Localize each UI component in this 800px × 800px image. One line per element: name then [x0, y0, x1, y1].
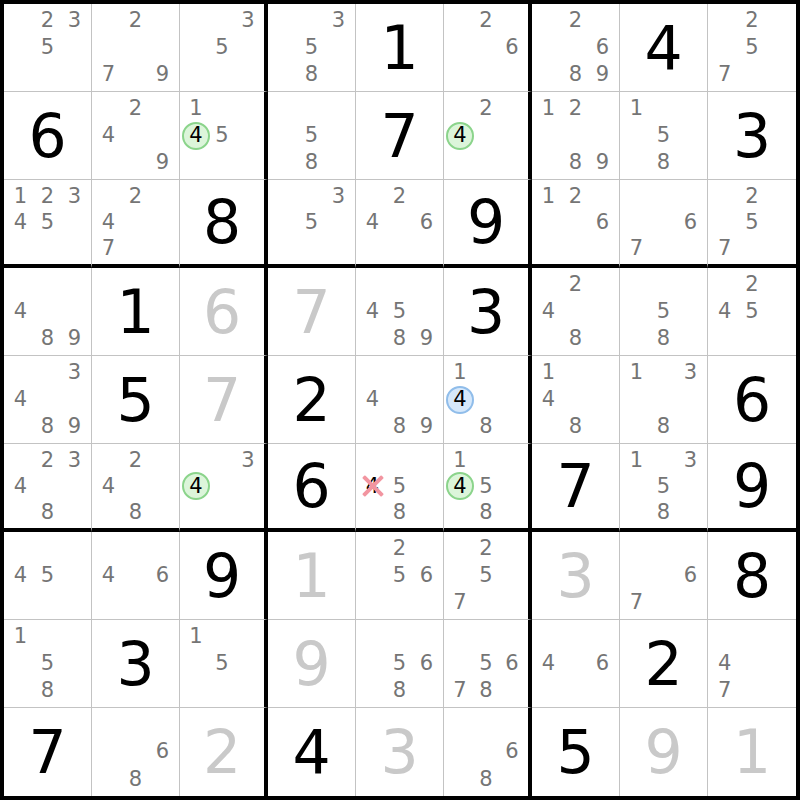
candidate-slot-1: [7, 7, 34, 34]
candidate-slot-4: [271, 209, 298, 235]
candidate-slot-3: [61, 623, 88, 650]
cell-r2c5[interactable]: 7: [356, 92, 444, 180]
candidate-slot-9: [149, 766, 176, 793]
cell-r1c1[interactable]: 235: [4, 4, 92, 92]
candidate-slot-4: [447, 738, 473, 765]
candidate-slot-2: [209, 447, 235, 473]
cell-r1c7[interactable]: 2689: [532, 4, 620, 92]
candidate-digit: 8: [479, 680, 492, 701]
candidate-slot-5: [122, 34, 149, 61]
candidate-slot-6: [766, 298, 793, 325]
candidate-digit: 5: [41, 653, 54, 674]
cell-r7c5[interactable]: 256: [356, 532, 444, 620]
cell-r7c1[interactable]: 45: [4, 532, 92, 620]
candidate-slot-6: 6: [413, 209, 440, 235]
cell-r8c1[interactable]: 158: [4, 620, 92, 708]
candidate-slot-5: 5: [386, 473, 413, 499]
candidate-digit: 4: [453, 476, 466, 497]
candidate-slot-7: [183, 149, 209, 176]
candidate-slot-1: [359, 183, 386, 209]
candidate-slot-6: [766, 34, 793, 61]
candidate-slot-7: [711, 325, 738, 352]
cell-r3c5[interactable]: 246: [356, 180, 444, 268]
candidate-slot-5: 5: [473, 650, 499, 677]
cell-r3c3[interactable]: 8: [180, 180, 268, 268]
candidate-slot-1: 1: [447, 447, 473, 473]
candidate-digit: 4: [542, 389, 555, 410]
candidate-slot-6: [413, 386, 440, 413]
candidate-slot-7: [183, 61, 209, 88]
candidate-slot-1: [271, 95, 298, 122]
cell-r3c9[interactable]: 257: [708, 180, 796, 268]
candidate-slot-6: [149, 473, 176, 499]
cell-r9c5[interactable]: 3: [356, 708, 444, 796]
candidate-slot-5: [562, 650, 589, 677]
candidate-grid: 138: [620, 356, 707, 443]
candidate-digit: 4: [102, 125, 115, 146]
candidate-slot-8: 8: [650, 413, 677, 440]
candidate-slot-1: [95, 535, 122, 562]
cell-r2c7[interactable]: 1289: [532, 92, 620, 180]
candidate-slot-2: [473, 447, 499, 473]
candidate-slot-1: [535, 271, 562, 298]
candidate-slot-5: 5: [738, 34, 765, 61]
given-digit: 5: [532, 708, 619, 796]
candidate-slot-9: 9: [589, 61, 616, 88]
cell-r1c4[interactable]: 358: [268, 4, 356, 92]
candidate-slot-6: [677, 122, 704, 149]
candidate-slot-8: [386, 235, 413, 261]
candidate-slot-8: [122, 61, 149, 88]
candidate-slot-3: [149, 711, 176, 738]
candidate-slot-3: [766, 271, 793, 298]
cell-r9c7[interactable]: 5: [532, 708, 620, 796]
candidate-slot-3: 3: [61, 359, 88, 386]
candidate-digit: 6: [596, 37, 609, 58]
candidate-slot-3: [149, 447, 176, 473]
cell-r7c7[interactable]: 3: [532, 532, 620, 620]
candidate-digit: 6: [505, 653, 518, 674]
candidate-slot-1: [447, 95, 473, 122]
candidate-digit: 8: [41, 416, 54, 437]
cell-r4c5[interactable]: 4589: [356, 268, 444, 356]
candidate-slot-1: 1: [535, 359, 562, 386]
candidate-slot-3: [413, 623, 440, 650]
candidate-grid: 247: [92, 180, 179, 264]
candidate-slot-4: 4: [359, 209, 386, 235]
candidate-slot-5: [122, 562, 149, 589]
candidate-digit: 5: [41, 37, 54, 58]
candidate-digit: 5: [305, 212, 318, 233]
cell-r6c3[interactable]: 34: [180, 444, 268, 532]
cell-r4c7[interactable]: 248: [532, 268, 620, 356]
candidate-digit: 1: [453, 450, 466, 471]
candidate-slot-1: 1: [447, 359, 473, 386]
given-digit: 7: [356, 92, 443, 179]
candidate-slot-3: 3: [325, 7, 352, 34]
cell-r2c3[interactable]: 145: [180, 92, 268, 180]
cell-r5c3[interactable]: 7: [180, 356, 268, 444]
solved-digit: 9: [620, 708, 707, 796]
given-digit: 6: [4, 92, 91, 179]
solved-digit: 7: [268, 268, 355, 355]
cell-r7c2[interactable]: 46: [92, 532, 180, 620]
candidate-slot-3: [677, 535, 704, 562]
candidate-slot-7: [359, 677, 386, 704]
candidate-slot-3: [677, 271, 704, 298]
candidate-slot-6: [325, 122, 352, 149]
cell-r3c6[interactable]: 9: [444, 180, 532, 268]
cell-r2c9[interactable]: 3: [708, 92, 796, 180]
cell-r7c3[interactable]: 9: [180, 532, 268, 620]
cell-r4c1[interactable]: 489: [4, 268, 92, 356]
cell-r5c2[interactable]: 5: [92, 356, 180, 444]
candidate-slot-3: [61, 535, 88, 562]
candidate-slot-2: [209, 7, 235, 34]
cell-r8c5[interactable]: 568: [356, 620, 444, 708]
candidate-slot-9: [677, 149, 704, 176]
candidate-digit: 4: [189, 476, 202, 497]
candidate-digit: 2: [745, 274, 758, 295]
candidate-digit: 9: [420, 416, 433, 437]
candidate-slot-1: 1: [623, 447, 650, 473]
cell-r7c4[interactable]: 1: [268, 532, 356, 620]
cell-r2c2[interactable]: 249: [92, 92, 180, 180]
candidate-slot-6: [499, 473, 525, 499]
candidate-digit: 2: [745, 10, 758, 31]
candidate-slot-8: 8: [473, 766, 499, 793]
candidate-slot-9: [677, 499, 704, 525]
candidate-slot-7: [183, 677, 209, 704]
candidate-slot-7: [535, 677, 562, 704]
candidate-slot-2: 2: [473, 535, 499, 562]
candidate-slot-2: [209, 95, 235, 122]
cell-r8c6[interactable]: 5678: [444, 620, 532, 708]
candidate-slot-5: [34, 473, 61, 499]
candidate-slot-3: [499, 359, 525, 386]
candidate-slot-3: [413, 183, 440, 209]
candidate-slot-2: 2: [122, 183, 149, 209]
candidate-slot-5: 5: [386, 298, 413, 325]
candidate-grid: 256: [356, 532, 443, 619]
candidate-digit: 8: [479, 769, 492, 790]
candidate-grid: 245: [708, 268, 796, 355]
candidate-digit: 8: [569, 328, 582, 349]
candidate-digit: 7: [102, 64, 115, 85]
candidate-slot-9: [235, 61, 261, 88]
given-digit: 9: [444, 180, 528, 264]
candidate-slot-8: [209, 149, 235, 176]
candidate-slot-3: [235, 623, 261, 650]
candidate-digit: 1: [453, 362, 466, 383]
candidate-digit: 5: [479, 653, 492, 674]
candidate-slot-5: [122, 738, 149, 765]
candidate-slot-9: [677, 325, 704, 352]
cell-r6c5[interactable]: 458: [356, 444, 444, 532]
candidate-digit: 9: [596, 152, 609, 173]
candidate-slot-3: [235, 95, 261, 122]
candidate-digit: 4: [366, 301, 379, 322]
cell-r8c9[interactable]: 47: [708, 620, 796, 708]
candidate-slot-6: [677, 386, 704, 413]
cell-r1c2[interactable]: 279: [92, 4, 180, 92]
cell-r1c8[interactable]: 4: [620, 4, 708, 92]
candidate-slot-9: [61, 589, 88, 616]
candidate-slot-7: [359, 499, 386, 525]
candidate-slot-4: [7, 34, 34, 61]
candidate-slot-9: [413, 677, 440, 704]
cell-r2c1[interactable]: 6: [4, 92, 92, 180]
candidate-slot-1: [711, 623, 738, 650]
candidate-digit: 8: [657, 502, 670, 523]
candidate-slot-5: [562, 386, 589, 413]
candidate-slot-2: [386, 271, 413, 298]
candidate-digit: 2: [129, 98, 142, 119]
cell-r1c9[interactable]: 257: [708, 4, 796, 92]
candidate-digit: 2: [129, 186, 142, 207]
candidate-grid: 68: [92, 708, 179, 796]
candidate-slot-4: [271, 34, 298, 61]
candidate-slot-4: 4: [7, 298, 34, 325]
candidate-slot-7: [183, 499, 209, 525]
candidate-slot-9: [61, 61, 88, 88]
candidate-grid: 489: [356, 356, 443, 443]
candidate-slot-6: [149, 122, 176, 149]
candidate-slot-8: 8: [562, 61, 589, 88]
candidate-slot-8: 8: [473, 413, 499, 440]
cell-r6c6[interactable]: 1458: [444, 444, 532, 532]
candidate-digit: 5: [745, 212, 758, 233]
cell-r6c9[interactable]: 9: [708, 444, 796, 532]
cell-r9c2[interactable]: 68: [92, 708, 180, 796]
candidate-digit: 2: [41, 450, 54, 471]
cell-r6c7[interactable]: 7: [532, 444, 620, 532]
cell-r6c8[interactable]: 1358: [620, 444, 708, 532]
cell-r2c4[interactable]: 58: [268, 92, 356, 180]
candidate-slot-7: [7, 499, 34, 525]
candidate-slot-9: [149, 499, 176, 525]
candidate-digit: 7: [630, 592, 643, 613]
candidate-slot-5: 5: [650, 122, 677, 149]
candidate-slot-5: [650, 209, 677, 235]
candidate-digit: 3: [241, 450, 254, 471]
given-digit: 6: [268, 444, 355, 528]
candidate-slot-3: [589, 271, 616, 298]
cell-r6c2[interactable]: 248: [92, 444, 180, 532]
candidate-slot-4: 4: [7, 386, 34, 413]
candidate-slot-4: 4: [711, 650, 738, 677]
candidate-slot-5: [34, 386, 61, 413]
candidate-slot-5: 5: [209, 34, 235, 61]
candidate-slot-5: [122, 209, 149, 235]
given-digit: 4: [620, 4, 707, 91]
cell-r9c4[interactable]: 4: [268, 708, 356, 796]
candidate-slot-2: 2: [122, 447, 149, 473]
candidate-slot-8: [650, 235, 677, 261]
cell-r5c5[interactable]: 489: [356, 356, 444, 444]
candidate-slot-6: [61, 34, 88, 61]
candidate-digit: 1: [14, 186, 27, 207]
candidate-slot-7: [447, 61, 473, 88]
candidate-slot-3: [413, 535, 440, 562]
candidate-digit: 2: [129, 450, 142, 471]
candidate-slot-4: [359, 650, 386, 677]
candidate-slot-2: [386, 623, 413, 650]
candidate-slot-5: 5: [473, 473, 499, 499]
cell-r9c3[interactable]: 2: [180, 708, 268, 796]
cell-r3c1[interactable]: 12345: [4, 180, 92, 268]
cell-r6c4[interactable]: 6: [268, 444, 356, 532]
cell-r5c8[interactable]: 138: [620, 356, 708, 444]
given-digit: 2: [268, 356, 355, 443]
candidate-grid: 2689: [532, 4, 619, 91]
candidate-slot-4: [95, 34, 122, 61]
cell-r4c9[interactable]: 245: [708, 268, 796, 356]
cell-r9c9[interactable]: 1: [708, 708, 796, 796]
candidate-slot-2: [298, 95, 325, 122]
candidate-slot-8: [738, 325, 765, 352]
candidate-digit: 5: [657, 125, 670, 146]
candidate-slot-6: [413, 473, 440, 499]
candidate-slot-3: [149, 95, 176, 122]
candidate-slot-6: 6: [499, 738, 525, 765]
candidate-slot-9: [149, 235, 176, 261]
candidate-slot-8: 8: [562, 413, 589, 440]
cell-r7c8[interactable]: 67: [620, 532, 708, 620]
candidate-slot-3: [413, 447, 440, 473]
cell-r9c1[interactable]: 7: [4, 708, 92, 796]
candidate-slot-9: [677, 413, 704, 440]
candidate-digit: 2: [479, 538, 492, 559]
candidate-slot-5: 5: [298, 34, 325, 61]
candidate-slot-4: 4: [447, 122, 473, 149]
candidate-slot-2: [298, 7, 325, 34]
candidate-slot-9: [61, 235, 88, 261]
candidate-digit: 4: [366, 389, 379, 410]
candidate-grid: 24: [444, 92, 528, 179]
cell-r7c6[interactable]: 257: [444, 532, 532, 620]
candidate-slot-2: 2: [738, 183, 765, 209]
cell-r8c3[interactable]: 15: [180, 620, 268, 708]
cell-r3c8[interactable]: 67: [620, 180, 708, 268]
candidate-grid: 458: [356, 444, 443, 528]
candidate-slot-9: [766, 235, 793, 261]
candidate-slot-2: [473, 623, 499, 650]
candidate-slot-1: 1: [623, 359, 650, 386]
candidate-slot-9: [766, 325, 793, 352]
cell-r7c9[interactable]: 8: [708, 532, 796, 620]
candidate-slot-6: [766, 650, 793, 677]
candidate-slot-8: [738, 235, 765, 261]
cell-r8c4[interactable]: 9: [268, 620, 356, 708]
cell-r3c7[interactable]: 126: [532, 180, 620, 268]
cell-r1c5[interactable]: 1: [356, 4, 444, 92]
candidate-digit: 7: [453, 592, 466, 613]
candidate-grid: 148: [532, 356, 619, 443]
candidate-slot-1: [183, 447, 209, 473]
candidate-digit: 4: [718, 653, 731, 674]
candidate-slot-9: [499, 589, 525, 616]
candidate-digit: 1: [189, 626, 202, 647]
candidate-slot-7: [535, 235, 562, 261]
cell-r2c6[interactable]: 24: [444, 92, 532, 180]
cell-r5c9[interactable]: 6: [708, 356, 796, 444]
candidate-slot-4: [271, 122, 298, 149]
cell-r5c6[interactable]: 148: [444, 356, 532, 444]
cell-r9c6[interactable]: 68: [444, 708, 532, 796]
candidate-digit: 5: [305, 125, 318, 146]
candidate-digit: 3: [68, 10, 81, 31]
candidate-slot-8: [562, 235, 589, 261]
candidate-slot-9: [325, 149, 352, 176]
cell-r1c3[interactable]: 35: [180, 4, 268, 92]
candidate-digit: 1: [542, 362, 555, 383]
candidate-slot-8: 8: [562, 149, 589, 176]
candidate-grid: 158: [620, 92, 707, 179]
candidate-grid: 47: [708, 620, 796, 707]
candidate-slot-8: [122, 589, 149, 616]
candidate-slot-8: [209, 61, 235, 88]
cell-r8c7[interactable]: 46: [532, 620, 620, 708]
cell-r4c4[interactable]: 7: [268, 268, 356, 356]
cell-r2c8[interactable]: 158: [620, 92, 708, 180]
candidate-slot-8: [122, 235, 149, 261]
cell-r3c4[interactable]: 35: [268, 180, 356, 268]
cell-r4c6[interactable]: 3: [444, 268, 532, 356]
cell-r5c1[interactable]: 3489: [4, 356, 92, 444]
candidate-slot-3: [499, 95, 525, 122]
cell-r4c3[interactable]: 6: [180, 268, 268, 356]
candidate-digit: 8: [657, 152, 670, 173]
candidate-slot-1: [447, 7, 473, 34]
cell-r3c2[interactable]: 247: [92, 180, 180, 268]
candidate-slot-3: [499, 447, 525, 473]
candidate-slot-6: [589, 298, 616, 325]
candidate-slot-7: [359, 413, 386, 440]
candidate-slot-1: [7, 535, 34, 562]
candidate-slot-7: [535, 61, 562, 88]
candidate-slot-3: 3: [235, 7, 261, 34]
candidate-slot-4: [623, 562, 650, 589]
cell-r8c8[interactable]: 2: [620, 620, 708, 708]
cell-r9c8[interactable]: 9: [620, 708, 708, 796]
candidate-slot-8: 8: [34, 325, 61, 352]
candidate-slot-9: [499, 61, 525, 88]
candidate-slot-3: 3: [325, 183, 352, 209]
cell-r4c8[interactable]: 58: [620, 268, 708, 356]
cell-r6c1[interactable]: 2348: [4, 444, 92, 532]
candidate-digit: 3: [684, 450, 697, 471]
candidate-slot-9: [499, 499, 525, 525]
candidate-slot-1: 1: [535, 95, 562, 122]
cell-r8c2[interactable]: 3: [92, 620, 180, 708]
candidate-digit: 2: [479, 98, 492, 119]
cell-r5c7[interactable]: 148: [532, 356, 620, 444]
candidate-slot-2: 2: [122, 95, 149, 122]
candidate-grid: 489: [4, 268, 91, 355]
cell-r1c6[interactable]: 26: [444, 4, 532, 92]
cell-r5c4[interactable]: 2: [268, 356, 356, 444]
candidate-digit: 8: [305, 64, 318, 85]
candidate-digit: 4: [14, 389, 27, 410]
candidate-slot-9: [149, 589, 176, 616]
candidate-slot-7: [535, 325, 562, 352]
candidate-slot-8: [34, 61, 61, 88]
cell-r4c2[interactable]: 1: [92, 268, 180, 356]
candidate-slot-8: [122, 149, 149, 176]
candidate-slot-6: 6: [589, 650, 616, 677]
candidate-digit: 9: [596, 64, 609, 85]
